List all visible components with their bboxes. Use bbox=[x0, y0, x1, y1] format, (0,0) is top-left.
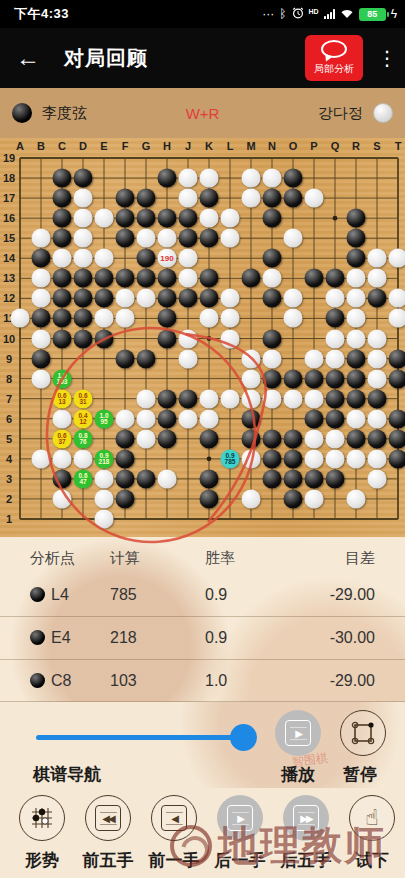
coord-letter: B bbox=[37, 140, 45, 152]
tool-forward-five: ▶▶ 后五手 bbox=[273, 795, 339, 872]
stone-black bbox=[389, 409, 405, 428]
analysis-header-row: 分析点 计算 胜率 目差 bbox=[0, 549, 405, 568]
stone-black bbox=[116, 429, 135, 448]
stone-black bbox=[179, 229, 198, 248]
tool-forward-one: ▶ 后一手 bbox=[207, 795, 273, 872]
coord-number: 16 bbox=[3, 212, 15, 224]
coord-number: 9 bbox=[6, 353, 12, 365]
stone-black bbox=[263, 449, 282, 468]
coord-number: 3 bbox=[6, 473, 12, 485]
hand-icon: ☝ bbox=[365, 805, 378, 831]
stone-white bbox=[326, 289, 345, 308]
stone-black bbox=[200, 469, 219, 488]
suggested-move-C8[interactable]: 1.0103 bbox=[53, 369, 72, 388]
stone-black bbox=[116, 489, 135, 508]
alarm-icon bbox=[292, 7, 304, 22]
stone-black bbox=[137, 249, 156, 268]
coord-letter: O bbox=[289, 140, 298, 152]
move-slider-thumb[interactable] bbox=[230, 724, 257, 751]
local-analysis-label: 局部分析 bbox=[314, 62, 354, 76]
suggested-move-E4[interactable]: 0.9218 bbox=[95, 449, 114, 468]
stone-white bbox=[137, 409, 156, 428]
suggestion-visits: 95 bbox=[100, 419, 107, 426]
stone-black bbox=[368, 389, 387, 408]
local-analysis-button[interactable]: 局部分析 bbox=[305, 35, 363, 81]
row-score: -29.00 bbox=[295, 586, 405, 604]
row-point: L4 bbox=[51, 586, 69, 604]
coord-letter: G bbox=[142, 140, 151, 152]
stone-white bbox=[347, 409, 366, 428]
wifi-icon bbox=[340, 7, 354, 22]
back-button[interactable]: ← bbox=[16, 44, 46, 72]
play-icon: ▶ bbox=[285, 720, 311, 746]
coord-number: 5 bbox=[6, 433, 12, 445]
stone-white bbox=[116, 289, 135, 308]
stone-white bbox=[74, 449, 93, 468]
stone-white bbox=[200, 309, 219, 328]
stone-black bbox=[158, 289, 177, 308]
stone-black bbox=[200, 289, 219, 308]
stone-white bbox=[32, 269, 51, 288]
suggestion-visits: 76 bbox=[79, 439, 86, 446]
suggestion-visits: 12 bbox=[79, 419, 86, 426]
stone-black bbox=[326, 389, 345, 408]
stone-black bbox=[158, 309, 177, 328]
stone-black bbox=[137, 269, 156, 288]
tool-label: 前五手 bbox=[83, 849, 134, 872]
coord-number: 2 bbox=[6, 493, 12, 505]
row-winrate: 1.0 bbox=[205, 672, 295, 690]
stone-black bbox=[347, 389, 366, 408]
stone-white bbox=[284, 289, 303, 308]
stone-black bbox=[95, 329, 114, 348]
stone-white bbox=[116, 309, 135, 328]
coord-letter: J bbox=[185, 140, 191, 152]
stone-white bbox=[179, 269, 198, 288]
stone-black bbox=[158, 269, 177, 288]
stone-white bbox=[53, 449, 72, 468]
stone-white bbox=[347, 489, 366, 508]
stone-black bbox=[116, 189, 135, 208]
game-result: W+R bbox=[0, 105, 405, 122]
overflow-menu-button[interactable]: ⋮ bbox=[377, 46, 393, 70]
stone-black bbox=[179, 389, 198, 408]
stone-black bbox=[158, 429, 177, 448]
stone-white bbox=[368, 469, 387, 488]
stone-white bbox=[179, 329, 198, 348]
tool-label: 试下 bbox=[355, 849, 389, 872]
stone-white bbox=[221, 389, 240, 408]
row-winrate: 0.9 bbox=[205, 629, 295, 647]
stone-white bbox=[32, 289, 51, 308]
suggested-move-D3[interactable]: 0.647 bbox=[74, 469, 93, 488]
stone-black bbox=[326, 469, 345, 488]
stone-white bbox=[200, 209, 219, 228]
stone-white bbox=[242, 189, 261, 208]
page-title: 对局回顾 bbox=[64, 45, 148, 72]
stone-white bbox=[242, 389, 261, 408]
stone-black bbox=[116, 469, 135, 488]
stone-white bbox=[74, 229, 93, 248]
stone-white bbox=[32, 329, 51, 348]
stone-white bbox=[326, 329, 345, 348]
suggestion-visits: 37 bbox=[58, 439, 65, 446]
stone-white bbox=[179, 349, 198, 368]
stone-black bbox=[347, 229, 366, 248]
analysis-table: 分析点 计算 胜率 目差 L4 785 0.9 -29.00 E4 218 0.… bbox=[0, 537, 405, 702]
app-screen: 下午4:33 ··· ᛒ HD 85 ϟ ← 对局回顾 局部分析 ⋮ 李度弦 bbox=[0, 0, 405, 878]
col-header-point: 分析点 bbox=[0, 549, 110, 568]
stone-black bbox=[305, 469, 324, 488]
back-five-icon: ◀◀ bbox=[95, 805, 121, 831]
stone-white bbox=[368, 349, 387, 368]
stone-white bbox=[95, 249, 114, 268]
stone-black bbox=[263, 289, 282, 308]
coord-number: 10 bbox=[3, 333, 15, 345]
stone-white bbox=[221, 309, 240, 328]
stone-black bbox=[200, 229, 219, 248]
stone-black bbox=[263, 429, 282, 448]
stone-black bbox=[368, 289, 387, 308]
stone-black bbox=[158, 389, 177, 408]
coord-letter: N bbox=[268, 140, 276, 152]
board-situation-icon bbox=[28, 804, 56, 832]
stone-white bbox=[347, 449, 366, 468]
stone-black bbox=[326, 269, 345, 288]
stone-black bbox=[116, 229, 135, 248]
suggested-move-C5[interactable]: 0.637 bbox=[53, 429, 72, 448]
coord-number: 19 bbox=[3, 152, 15, 164]
stone-white bbox=[32, 229, 51, 248]
stone-white bbox=[221, 329, 240, 348]
stone-white bbox=[200, 169, 219, 188]
black-stone-icon bbox=[30, 587, 45, 602]
stone-black bbox=[263, 469, 282, 488]
coord-letter: R bbox=[352, 140, 360, 152]
back-one-icon: ◀ bbox=[161, 805, 187, 831]
stone-white bbox=[368, 409, 387, 428]
black-stone-icon bbox=[30, 673, 45, 688]
coord-letter: F bbox=[122, 140, 129, 152]
stone-white bbox=[53, 489, 72, 508]
tool-back-one[interactable]: ◀ 前一手 bbox=[141, 795, 207, 872]
coord-letter: H bbox=[163, 140, 171, 152]
tool-try-move[interactable]: ☝ 试下 bbox=[339, 795, 405, 872]
stone-black bbox=[326, 309, 345, 328]
stone-black bbox=[158, 169, 177, 188]
battery-icon: 85 bbox=[359, 8, 386, 21]
stone-white bbox=[326, 349, 345, 368]
stone-white bbox=[347, 309, 366, 328]
suggestion-visits: 218 bbox=[99, 459, 110, 466]
stone-white bbox=[263, 349, 282, 368]
tool-label: 前一手 bbox=[149, 849, 200, 872]
coord-number: 15 bbox=[3, 232, 15, 244]
tool-label: 后五手 bbox=[281, 849, 332, 872]
bluetooth-icon: ᛒ bbox=[279, 8, 286, 20]
stone-black bbox=[95, 269, 114, 288]
stone-white bbox=[179, 189, 198, 208]
stone-black bbox=[137, 469, 156, 488]
stone-black bbox=[326, 409, 345, 428]
black-stone-icon bbox=[30, 630, 45, 645]
battery-percent: 85 bbox=[367, 9, 377, 19]
stone-black bbox=[200, 429, 219, 448]
stone-black bbox=[137, 349, 156, 368]
stone-white: 190 bbox=[158, 249, 177, 268]
move-number-label: 190 bbox=[160, 254, 173, 263]
stone-black bbox=[200, 269, 219, 288]
stone-white bbox=[368, 269, 387, 288]
stone-black bbox=[53, 229, 72, 248]
stone-white bbox=[137, 229, 156, 248]
coord-number: 13 bbox=[3, 272, 15, 284]
coord-letter: D bbox=[79, 140, 87, 152]
stone-white bbox=[305, 189, 324, 208]
stone-black bbox=[347, 429, 366, 448]
stone-white bbox=[95, 309, 114, 328]
charging-icon: ϟ bbox=[391, 8, 397, 20]
stone-white bbox=[347, 329, 366, 348]
coord-letter: P bbox=[310, 140, 317, 152]
stone-black bbox=[53, 469, 72, 488]
suggested-move-E6[interactable]: 1.095 bbox=[95, 409, 114, 428]
stone-black bbox=[263, 369, 282, 388]
stone-black bbox=[32, 349, 51, 368]
suggestion-visits: 785 bbox=[225, 459, 236, 466]
pause-button[interactable] bbox=[340, 710, 386, 756]
coord-number: 14 bbox=[3, 252, 15, 264]
coord-number: 7 bbox=[6, 393, 12, 405]
coord-number: 1 bbox=[6, 513, 12, 525]
stone-black bbox=[158, 329, 177, 348]
suggested-move-D7[interactable]: 0.631 bbox=[74, 389, 93, 408]
hd-indicator: HD bbox=[309, 8, 319, 15]
coord-letter: K bbox=[205, 140, 213, 152]
stone-black bbox=[284, 469, 303, 488]
stone-white bbox=[389, 309, 405, 328]
stone-black bbox=[389, 449, 405, 468]
stone-white bbox=[95, 209, 114, 228]
stone-black bbox=[347, 209, 366, 228]
table-row[interactable]: C8 103 1.0 -29.00 bbox=[0, 660, 405, 701]
tool-label: 形势 bbox=[25, 849, 59, 872]
stone-black bbox=[137, 209, 156, 228]
stone-white bbox=[74, 249, 93, 268]
stone-black bbox=[32, 249, 51, 268]
stone-black bbox=[284, 189, 303, 208]
stone-black bbox=[263, 329, 282, 348]
suggestion-visits: 47 bbox=[79, 479, 86, 486]
stone-black bbox=[284, 169, 303, 188]
play-label: 播放 bbox=[281, 763, 315, 786]
stone-black bbox=[179, 209, 198, 228]
stone-white bbox=[158, 229, 177, 248]
stone-white bbox=[74, 209, 93, 228]
stone-black bbox=[53, 329, 72, 348]
stone-white bbox=[305, 429, 324, 448]
stone-black bbox=[263, 189, 282, 208]
status-icons: ··· ᛒ HD 85 ϟ bbox=[262, 7, 397, 22]
stone-black bbox=[116, 449, 135, 468]
stone-white bbox=[200, 389, 219, 408]
status-time: 下午4:33 bbox=[14, 5, 69, 23]
stone-black bbox=[158, 209, 177, 228]
stone-white bbox=[179, 249, 198, 268]
stone-black bbox=[263, 249, 282, 268]
stone-black bbox=[200, 489, 219, 508]
stone-white bbox=[305, 489, 324, 508]
coord-letter: S bbox=[373, 140, 380, 152]
stone-white bbox=[263, 169, 282, 188]
stone-white bbox=[389, 289, 405, 308]
stone-black bbox=[74, 329, 93, 348]
stone-black bbox=[53, 169, 72, 188]
stone-black bbox=[389, 429, 405, 448]
stone-white bbox=[242, 349, 261, 368]
stone-black bbox=[116, 349, 135, 368]
stone-white bbox=[95, 489, 114, 508]
row-visits: 103 bbox=[110, 672, 205, 690]
signal-icon bbox=[324, 9, 335, 19]
suggested-move-D5[interactable]: 0.876 bbox=[74, 429, 93, 448]
stone-white bbox=[221, 229, 240, 248]
coord-letter: Q bbox=[331, 140, 340, 152]
suggested-move-L4[interactable]: 0.9785 bbox=[221, 449, 240, 468]
row-visits: 218 bbox=[110, 629, 205, 647]
stone-black bbox=[158, 409, 177, 428]
stone-white bbox=[74, 189, 93, 208]
stone-white bbox=[326, 449, 345, 468]
stone-black bbox=[242, 429, 261, 448]
tool-back-five[interactable]: ◀◀ 前五手 bbox=[75, 795, 141, 872]
stone-black bbox=[305, 369, 324, 388]
pause-label: 暂停 bbox=[343, 763, 377, 786]
stone-white bbox=[368, 369, 387, 388]
navigation-label: 棋谱导航 bbox=[33, 763, 101, 786]
stone-white bbox=[284, 389, 303, 408]
stone-black bbox=[347, 249, 366, 268]
stone-white bbox=[32, 449, 51, 468]
coord-number: 4 bbox=[6, 453, 12, 465]
stone-black bbox=[95, 289, 114, 308]
stone-white bbox=[53, 409, 72, 428]
stone-black bbox=[284, 369, 303, 388]
stone-white bbox=[263, 389, 282, 408]
stone-white bbox=[221, 289, 240, 308]
row-point: C8 bbox=[51, 672, 71, 690]
stone-white bbox=[284, 229, 303, 248]
stone-black bbox=[74, 169, 93, 188]
stone-black bbox=[53, 189, 72, 208]
stone-white bbox=[116, 409, 135, 428]
stone-white bbox=[305, 349, 324, 368]
stone-black bbox=[116, 209, 135, 228]
stone-black bbox=[74, 289, 93, 308]
stone-black bbox=[347, 369, 366, 388]
table-row[interactable]: L4 785 0.9 -29.00 bbox=[0, 574, 405, 615]
stone-white bbox=[368, 329, 387, 348]
stone-white bbox=[95, 469, 114, 488]
coord-number: 6 bbox=[6, 413, 12, 425]
coord-number: 8 bbox=[6, 373, 12, 385]
status-bar: 下午4:33 ··· ᛒ HD 85 ϟ bbox=[0, 0, 405, 28]
row-winrate: 0.9 bbox=[205, 586, 295, 604]
coord-letter: M bbox=[246, 140, 255, 152]
stone-white bbox=[242, 369, 261, 388]
row-visits: 785 bbox=[110, 586, 205, 604]
stone-black bbox=[389, 369, 405, 388]
stone-black bbox=[242, 409, 261, 428]
stone-black bbox=[347, 349, 366, 368]
suggested-move-D6[interactable]: 0.412 bbox=[74, 409, 93, 428]
stone-white bbox=[137, 389, 156, 408]
player-bar: 李度弦 W+R 강다정 bbox=[0, 88, 405, 138]
stone-white bbox=[179, 169, 198, 188]
stone-black bbox=[74, 309, 93, 328]
pause-region-icon bbox=[350, 720, 376, 746]
stone-black bbox=[263, 209, 282, 228]
stone-black bbox=[53, 209, 72, 228]
stone-black bbox=[326, 369, 345, 388]
stone-black bbox=[305, 269, 324, 288]
stone-black bbox=[284, 429, 303, 448]
stone-black bbox=[32, 309, 51, 328]
suggested-move-C7[interactable]: 0.613 bbox=[53, 389, 72, 408]
suggestion-visits: 13 bbox=[58, 399, 65, 406]
stone-black bbox=[200, 189, 219, 208]
stone-white bbox=[368, 249, 387, 268]
forward-five-icon: ▶▶ bbox=[293, 805, 319, 831]
stone-black bbox=[53, 289, 72, 308]
stone-black bbox=[284, 449, 303, 468]
stone-white bbox=[242, 169, 261, 188]
stone-white bbox=[221, 209, 240, 228]
stone-black bbox=[305, 409, 324, 428]
stone-black bbox=[116, 269, 135, 288]
stone-black bbox=[284, 489, 303, 508]
coord-letter: E bbox=[100, 140, 107, 152]
row-point: E4 bbox=[51, 629, 71, 647]
stone-white bbox=[95, 510, 114, 529]
go-board[interactable]: ABCDEFGHJKLMNOPQRST191817161514131211109… bbox=[0, 138, 405, 537]
stone-white bbox=[347, 269, 366, 288]
stone-black bbox=[389, 349, 405, 368]
table-row[interactable]: E4 218 0.9 -30.00 bbox=[0, 617, 405, 658]
play-button: ▶ bbox=[275, 710, 321, 756]
bottom-toolbar: 形势 ◀◀ 前五手 ◀ 前一手 ▶ 后一手 ▶▶ 后五手 ☝ 试下 bbox=[0, 788, 405, 878]
tool-situation[interactable]: 形势 bbox=[9, 795, 75, 872]
suggestion-visits: 31 bbox=[79, 399, 86, 406]
stone-black bbox=[137, 189, 156, 208]
col-header-winrate: 胜率 bbox=[205, 549, 295, 568]
coord-number: 12 bbox=[3, 292, 15, 304]
stone-white bbox=[32, 369, 51, 388]
coord-letter: L bbox=[227, 140, 234, 152]
coord-letter: A bbox=[16, 140, 24, 152]
stone-white bbox=[179, 409, 198, 428]
row-score: -30.00 bbox=[295, 629, 405, 647]
stone-white bbox=[200, 409, 219, 428]
coord-number: 18 bbox=[3, 172, 15, 184]
move-slider-track[interactable] bbox=[36, 735, 250, 740]
coord-number: 17 bbox=[3, 192, 15, 204]
stone-white bbox=[242, 449, 261, 468]
notification-dots-icon: ··· bbox=[262, 8, 274, 20]
col-header-score: 目差 bbox=[295, 549, 405, 568]
stone-white bbox=[263, 269, 282, 288]
stone-white bbox=[284, 309, 303, 328]
